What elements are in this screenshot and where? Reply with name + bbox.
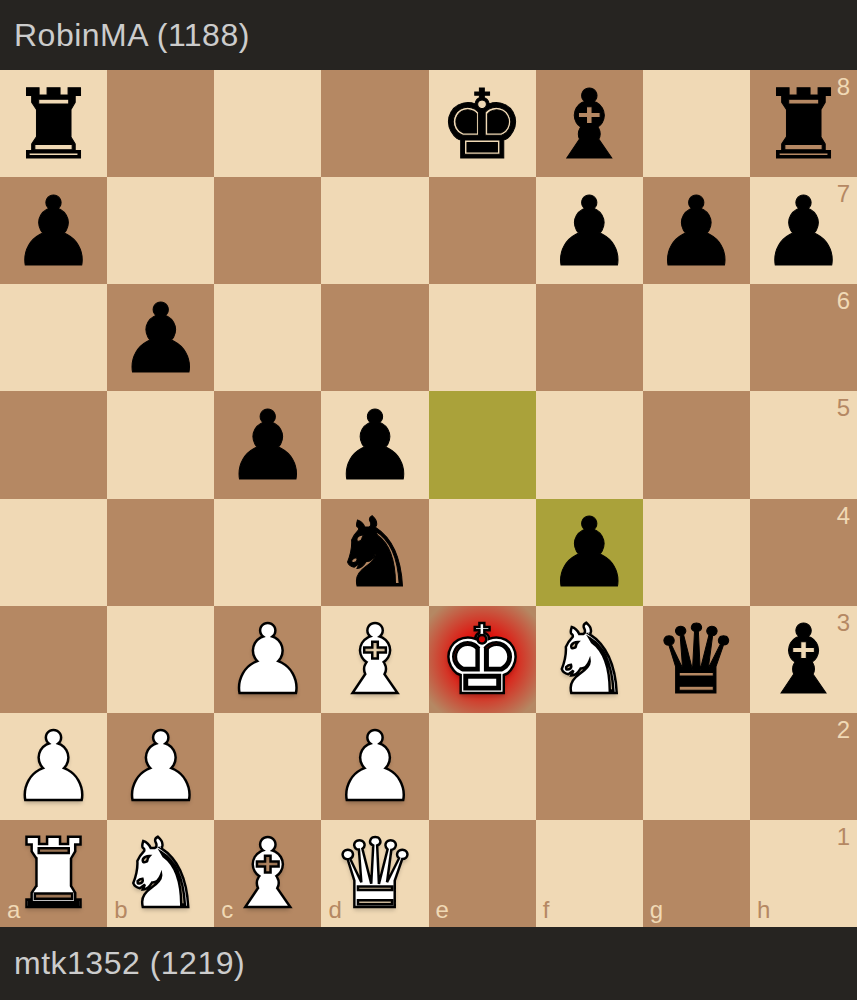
piece-white-rook[interactable]: ♜ xyxy=(11,826,97,922)
coord-rank-1: 1 xyxy=(837,823,850,851)
square-h1[interactable]: 1h xyxy=(750,820,857,927)
square-a6[interactable] xyxy=(0,284,107,391)
square-d6[interactable] xyxy=(321,284,428,391)
square-e2[interactable] xyxy=(429,713,536,820)
square-f1[interactable]: f xyxy=(536,820,643,927)
square-f8[interactable]: ♝ xyxy=(536,70,643,177)
square-e3[interactable]: ♚ xyxy=(429,606,536,713)
piece-white-pawn[interactable]: ♟ xyxy=(225,612,311,708)
square-c6[interactable] xyxy=(214,284,321,391)
square-c5[interactable]: ♟ xyxy=(214,391,321,498)
square-b3[interactable] xyxy=(107,606,214,713)
coord-file-g: g xyxy=(650,896,663,924)
square-e7[interactable] xyxy=(429,177,536,284)
piece-white-bishop[interactable]: ♝ xyxy=(332,612,418,708)
coord-rank-2: 2 xyxy=(837,716,850,744)
square-h6[interactable]: 6 xyxy=(750,284,857,391)
piece-white-pawn[interactable]: ♟ xyxy=(11,719,97,815)
piece-black-pawn[interactable]: ♟ xyxy=(546,505,632,601)
square-f2[interactable] xyxy=(536,713,643,820)
square-h3[interactable]: ♝3 xyxy=(750,606,857,713)
square-e1[interactable]: e xyxy=(429,820,536,927)
piece-black-pawn[interactable]: ♟ xyxy=(332,398,418,494)
square-b7[interactable] xyxy=(107,177,214,284)
square-e6[interactable] xyxy=(429,284,536,391)
square-g7[interactable]: ♟ xyxy=(643,177,750,284)
bottom-player-bar: mtk1352 (1219) xyxy=(0,927,857,1000)
square-e8[interactable]: ♚ xyxy=(429,70,536,177)
square-h7[interactable]: ♟7 xyxy=(750,177,857,284)
square-d2[interactable]: ♟ xyxy=(321,713,428,820)
square-f7[interactable]: ♟ xyxy=(536,177,643,284)
piece-black-rook[interactable]: ♜ xyxy=(11,77,97,173)
square-b6[interactable]: ♟ xyxy=(107,284,214,391)
piece-white-bishop[interactable]: ♝ xyxy=(225,826,311,922)
square-g2[interactable] xyxy=(643,713,750,820)
piece-black-pawn[interactable]: ♟ xyxy=(118,291,204,387)
square-g8[interactable] xyxy=(643,70,750,177)
square-f3[interactable]: ♞ xyxy=(536,606,643,713)
square-c7[interactable] xyxy=(214,177,321,284)
piece-white-knight[interactable]: ♞ xyxy=(546,612,632,708)
square-h8[interactable]: ♜8 xyxy=(750,70,857,177)
square-c8[interactable] xyxy=(214,70,321,177)
square-h4[interactable]: 4 xyxy=(750,499,857,606)
piece-black-pawn[interactable]: ♟ xyxy=(11,184,97,280)
square-a8[interactable]: ♜ xyxy=(0,70,107,177)
square-g5[interactable] xyxy=(643,391,750,498)
piece-white-pawn[interactable]: ♟ xyxy=(118,719,204,815)
square-a2[interactable]: ♟ xyxy=(0,713,107,820)
square-g1[interactable]: g xyxy=(643,820,750,927)
square-f4[interactable]: ♟ xyxy=(536,499,643,606)
square-f6[interactable] xyxy=(536,284,643,391)
coord-rank-6: 6 xyxy=(837,287,850,315)
piece-black-knight[interactable]: ♞ xyxy=(332,505,418,601)
chess-board: ♜♚♝♜8♟♟♟♟7♟6♟♟5♞♟4♟♝♚♞♛♝3♟♟♟2♜a♞b♝c♛defg… xyxy=(0,70,857,927)
piece-black-king[interactable]: ♚ xyxy=(439,77,525,173)
bottom-player-name[interactable]: mtk1352 (1219) xyxy=(14,945,245,982)
piece-black-pawn[interactable]: ♟ xyxy=(225,398,311,494)
square-d8[interactable] xyxy=(321,70,428,177)
square-e5[interactable] xyxy=(429,391,536,498)
square-h2[interactable]: 2 xyxy=(750,713,857,820)
coord-file-e: e xyxy=(436,896,449,924)
square-d3[interactable]: ♝ xyxy=(321,606,428,713)
square-c1[interactable]: ♝c xyxy=(214,820,321,927)
square-a1[interactable]: ♜a xyxy=(0,820,107,927)
square-a5[interactable] xyxy=(0,391,107,498)
square-d4[interactable]: ♞ xyxy=(321,499,428,606)
square-c4[interactable] xyxy=(214,499,321,606)
square-h5[interactable]: 5 xyxy=(750,391,857,498)
coord-file-f: f xyxy=(543,896,550,924)
coord-rank-5: 5 xyxy=(837,394,850,422)
piece-black-rook[interactable]: ♜ xyxy=(760,77,846,173)
square-f5[interactable] xyxy=(536,391,643,498)
coord-file-h: h xyxy=(757,896,770,924)
square-b4[interactable] xyxy=(107,499,214,606)
square-b1[interactable]: ♞b xyxy=(107,820,214,927)
piece-black-pawn[interactable]: ♟ xyxy=(653,184,739,280)
piece-white-queen[interactable]: ♛ xyxy=(332,826,418,922)
square-a7[interactable]: ♟ xyxy=(0,177,107,284)
square-g6[interactable] xyxy=(643,284,750,391)
square-d1[interactable]: ♛d xyxy=(321,820,428,927)
square-a3[interactable] xyxy=(0,606,107,713)
piece-white-king[interactable]: ♚ xyxy=(439,612,525,708)
square-b2[interactable]: ♟ xyxy=(107,713,214,820)
piece-black-bishop[interactable]: ♝ xyxy=(760,612,846,708)
piece-white-pawn[interactable]: ♟ xyxy=(332,719,418,815)
square-d7[interactable] xyxy=(321,177,428,284)
top-player-name[interactable]: RobinMA (1188) xyxy=(14,17,250,54)
coord-rank-4: 4 xyxy=(837,502,850,530)
square-c2[interactable] xyxy=(214,713,321,820)
square-a4[interactable] xyxy=(0,499,107,606)
piece-black-queen[interactable]: ♛ xyxy=(653,612,739,708)
square-c3[interactable]: ♟ xyxy=(214,606,321,713)
square-g4[interactable] xyxy=(643,499,750,606)
piece-black-pawn[interactable]: ♟ xyxy=(760,184,846,280)
piece-white-knight[interactable]: ♞ xyxy=(118,826,204,922)
square-b8[interactable] xyxy=(107,70,214,177)
square-d5[interactable]: ♟ xyxy=(321,391,428,498)
top-player-bar: RobinMA (1188) xyxy=(0,0,857,70)
square-b5[interactable] xyxy=(107,391,214,498)
square-e4[interactable] xyxy=(429,499,536,606)
square-g3[interactable]: ♛ xyxy=(643,606,750,713)
piece-black-pawn[interactable]: ♟ xyxy=(546,184,632,280)
piece-black-bishop[interactable]: ♝ xyxy=(546,77,632,173)
